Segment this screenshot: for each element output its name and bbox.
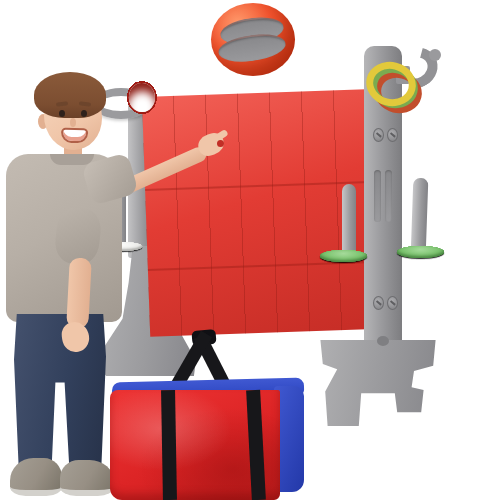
child-hanging-arm [66, 257, 92, 328]
child-shoe [10, 458, 62, 496]
disc-post-right-front [342, 184, 356, 258]
bag-front-strap [246, 390, 266, 500]
child-figure [2, 68, 242, 500]
ring-hook-tip [429, 49, 441, 61]
leg-knob [377, 336, 389, 346]
screw-icon [387, 296, 398, 310]
screw-icon [373, 128, 384, 142]
child-hair [34, 72, 106, 118]
toss-ring-stack [366, 62, 426, 120]
post-groove [374, 170, 381, 222]
child-jeans [14, 314, 106, 466]
bag-end-panel [274, 386, 304, 492]
child-eye [59, 110, 65, 117]
fingertip-dot [217, 140, 224, 147]
screw-icon [373, 296, 384, 310]
screw-icon [387, 128, 398, 142]
child-eye [81, 110, 87, 117]
disc-post-right-rear [411, 178, 429, 256]
green-disc [320, 250, 367, 262]
child-nose [70, 118, 76, 127]
frame-right-leg [318, 340, 438, 426]
green-disc [397, 246, 444, 258]
child-shoe [60, 460, 114, 496]
product-photo-scene [0, 0, 500, 500]
toss-ball [211, 3, 295, 76]
post-groove [385, 170, 392, 222]
